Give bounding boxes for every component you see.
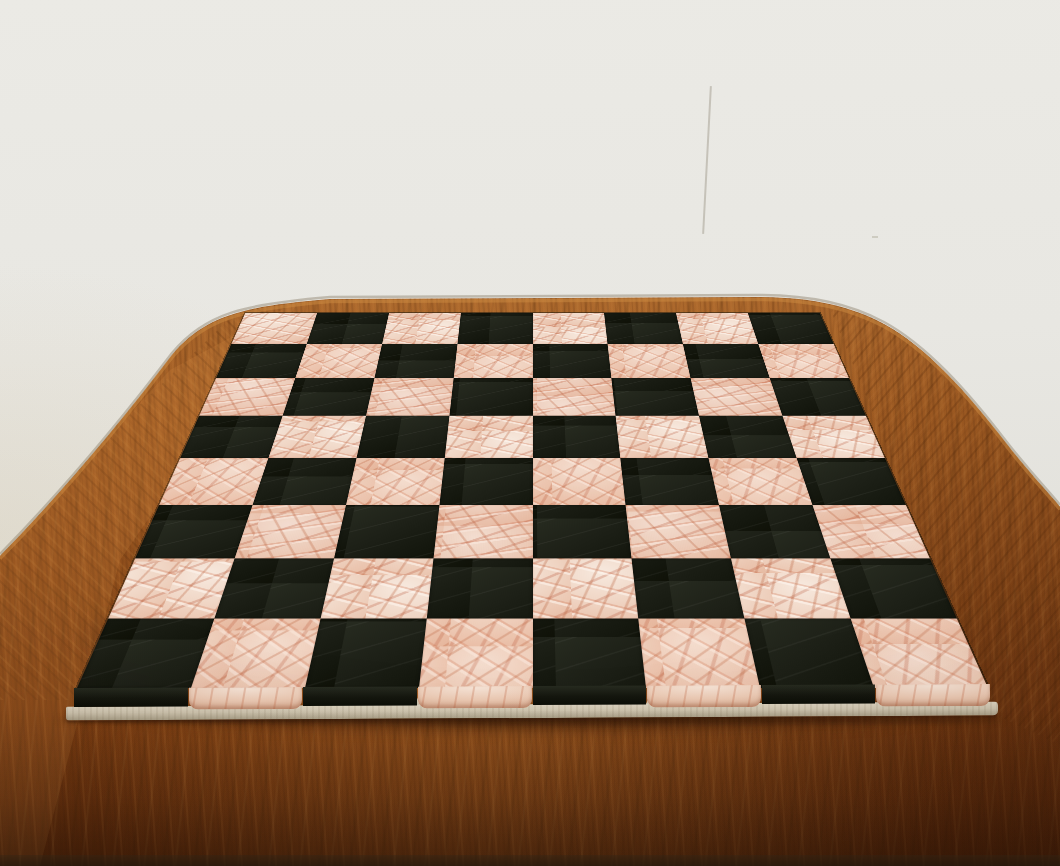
square-f2[interactable] — [632, 558, 745, 618]
table-front-shadow-band — [0, 855, 1060, 866]
square-h3[interactable] — [813, 505, 930, 558]
square-f4[interactable] — [621, 458, 720, 505]
square-e8[interactable] — [533, 313, 608, 344]
square-h6[interactable] — [770, 378, 866, 416]
square-d6[interactable] — [449, 378, 532, 416]
square-c4[interactable] — [346, 458, 445, 505]
square-f3[interactable] — [626, 505, 731, 558]
square-c8[interactable] — [382, 313, 461, 344]
square-a6[interactable] — [199, 378, 295, 416]
square-d4[interactable] — [439, 458, 532, 505]
square-g4[interactable] — [709, 458, 813, 505]
board-front-edge — [74, 684, 991, 710]
edge-tile-front-c1 — [303, 687, 417, 706]
square-f7[interactable] — [608, 344, 691, 378]
square-b1[interactable] — [191, 619, 320, 688]
square-b7[interactable] — [295, 344, 382, 378]
square-a8[interactable] — [231, 313, 317, 344]
square-h1[interactable] — [851, 619, 988, 688]
square-f6[interactable] — [612, 378, 700, 416]
square-a7[interactable] — [216, 344, 307, 378]
square-a3[interactable] — [135, 505, 252, 558]
edge-tile-front-e1 — [532, 686, 646, 705]
square-c2[interactable] — [320, 558, 433, 618]
square-h2[interactable] — [830, 558, 956, 618]
square-b3[interactable] — [235, 505, 346, 558]
square-d8[interactable] — [457, 313, 532, 344]
square-e6[interactable] — [533, 378, 616, 416]
square-e2[interactable] — [533, 558, 639, 618]
square-d1[interactable] — [419, 619, 533, 688]
square-c6[interactable] — [366, 378, 454, 416]
square-h4[interactable] — [797, 458, 906, 505]
edge-tile-front-h1 — [876, 684, 990, 706]
square-f5[interactable] — [616, 416, 709, 458]
edge-tile-front-g1 — [762, 685, 876, 704]
scene — [0, 0, 1060, 866]
square-g7[interactable] — [683, 344, 770, 378]
board — [75, 312, 990, 688]
square-g3[interactable] — [719, 505, 830, 558]
edge-tile-front-b1 — [189, 687, 303, 709]
square-e5[interactable] — [533, 416, 621, 458]
square-d3[interactable] — [433, 505, 532, 558]
square-f8[interactable] — [604, 313, 683, 344]
square-b4[interactable] — [252, 458, 356, 505]
square-e3[interactable] — [533, 505, 632, 558]
square-b5[interactable] — [268, 416, 365, 458]
square-c1[interactable] — [305, 619, 427, 688]
square-d2[interactable] — [426, 558, 532, 618]
square-e4[interactable] — [533, 458, 626, 505]
square-e1[interactable] — [533, 619, 647, 688]
square-e7[interactable] — [533, 344, 612, 378]
square-a2[interactable] — [108, 558, 234, 618]
square-h7[interactable] — [758, 344, 849, 378]
square-a5[interactable] — [180, 416, 282, 458]
edge-tile-front-d1 — [418, 686, 532, 708]
square-c7[interactable] — [374, 344, 457, 378]
square-d5[interactable] — [444, 416, 532, 458]
square-g8[interactable] — [676, 313, 758, 344]
edge-tile-front-f1 — [647, 685, 761, 707]
square-g6[interactable] — [691, 378, 783, 416]
square-d7[interactable] — [453, 344, 532, 378]
board-wrap — [75, 0, 990, 688]
square-b8[interactable] — [307, 313, 389, 344]
square-b2[interactable] — [214, 558, 334, 618]
square-h5[interactable] — [782, 416, 884, 458]
edge-tile-front-a1 — [74, 688, 188, 707]
square-g5[interactable] — [699, 416, 796, 458]
square-f1[interactable] — [639, 619, 761, 688]
square-c5[interactable] — [356, 416, 449, 458]
square-c3[interactable] — [334, 505, 439, 558]
square-b6[interactable] — [283, 378, 375, 416]
square-a4[interactable] — [159, 458, 268, 505]
square-h8[interactable] — [748, 313, 834, 344]
